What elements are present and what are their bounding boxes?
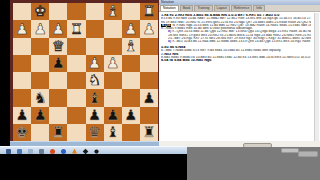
square[interactable]: ♞ [86,72,104,89]
browser-red-icon[interactable] [50,149,55,154]
square[interactable]: ♟ [13,107,31,124]
square[interactable]: ♜ [140,124,158,141]
black-desktop-region [0,154,187,180]
chess-board[interactable]: ♚♝♜♟♟♟♜♟♟♛♝♟♟♟♞♞♝♟♟♟♟♟♟♚♜♛♝♜ [13,3,158,141]
notation-line[interactable]: 8.c4 f4 9.d4 Bd6 10.Nd5 Ng6 [161,59,311,62]
gray-widget-2[interactable] [298,151,318,157]
square[interactable]: ♟ [104,55,122,72]
notation-window: Notation NotationBookTrainingLayoutRefer… [159,0,320,147]
white-piece[interactable]: ♟ [88,56,101,71]
chess-board-window: ♚♝♜♟♟♟♜♟♟♛♝♟♟♟♞♞♝♟♟♟♟♟♟♚♜♛♝♜ [10,0,161,144]
square[interactable] [140,72,158,89]
square[interactable]: ♟ [13,20,31,37]
black-piece[interactable]: ♟ [124,108,137,123]
gray-desktop-region [187,147,320,180]
square[interactable] [104,72,122,89]
square[interactable]: ♛ [49,38,67,55]
square[interactable] [67,3,85,20]
media-cone-icon[interactable] [72,149,77,154]
square[interactable] [13,89,31,106]
square[interactable] [86,3,104,20]
app-icon-3[interactable] [28,149,33,154]
square[interactable] [67,107,85,124]
white-piece[interactable]: ♟ [124,22,137,37]
square[interactable] [49,3,67,20]
square[interactable] [67,124,85,141]
tab-notation[interactable]: Notation [160,5,179,11]
square[interactable] [13,72,31,89]
square[interactable] [31,38,49,55]
black-piece[interactable]: ♟ [34,108,47,123]
white-piece[interactable]: ♟ [142,22,155,37]
square[interactable]: ♟ [49,20,67,37]
square[interactable] [13,3,31,20]
square[interactable]: ♟ [122,107,140,124]
square[interactable] [122,89,140,106]
square[interactable]: ♟ [140,89,158,106]
gray-widget-1[interactable] [281,148,299,153]
white-piece[interactable]: ♜ [142,4,155,19]
square[interactable] [122,72,140,89]
square[interactable]: ♝ [104,124,122,141]
square[interactable] [67,38,85,55]
app-icon-4[interactable] [39,149,44,154]
variation-marker[interactable]: b) [168,40,171,43]
square[interactable]: ♛ [86,124,104,141]
black-piece[interactable]: ♟ [16,108,29,123]
square[interactable] [67,72,85,89]
square[interactable]: ♜ [49,124,67,141]
square[interactable]: ♝ [104,3,122,20]
desktop: ♚♝♜♟♟♟♜♟♟♛♝♟♟♟♞♞♝♟♟♟♟♟♟♚♜♛♝♜ Notation No… [0,0,320,180]
white-piece[interactable]: ♟ [16,22,29,37]
app-icon-2[interactable] [17,149,22,154]
white-piece[interactable]: ♟ [52,22,65,37]
square[interactable] [122,3,140,20]
tab-layout[interactable]: Layout [214,5,230,11]
black-piece[interactable]: ♟ [88,108,101,123]
square[interactable] [31,72,49,89]
square[interactable] [86,20,104,37]
black-piece[interactable]: ♜ [142,125,155,140]
square[interactable] [49,107,67,124]
black-piece[interactable]: ♟ [106,108,119,123]
white-piece[interactable]: ♝ [106,4,119,19]
black-piece[interactable]: ♜ [52,125,65,140]
white-piece[interactable]: ♚ [34,4,47,19]
square[interactable] [140,107,158,124]
square[interactable] [122,55,140,72]
black-piece[interactable]: ♝ [106,125,119,140]
black-diamond-icon[interactable] [83,148,89,154]
square[interactable]: ♜ [67,20,85,37]
square[interactable]: ♟ [140,20,158,37]
square[interactable]: ♟ [49,55,67,72]
square[interactable] [67,89,85,106]
black-piece[interactable]: ♟ [52,56,65,71]
square[interactable] [13,38,31,55]
square[interactable] [49,89,67,106]
white-piece[interactable]: ♞ [88,73,101,88]
tab-training[interactable]: Training [194,5,212,11]
black-piece[interactable]: ♞ [34,91,47,106]
square[interactable]: ♟ [31,20,49,37]
square[interactable] [104,20,122,37]
black-piece[interactable]: ♝ [88,91,101,106]
square[interactable]: ♟ [104,107,122,124]
square[interactable] [31,55,49,72]
white-piece[interactable]: ♟ [34,22,47,37]
black-piece[interactable]: ♚ [16,125,29,140]
black-piece[interactable]: ♛ [88,125,101,140]
white-piece[interactable]: ♜ [70,22,83,37]
square[interactable] [49,72,67,89]
notation-tab-strip: NotationBookTrainingLayoutReferenceInfo [159,5,320,12]
square[interactable]: ♜ [140,3,158,20]
square[interactable]: ♟ [86,107,104,124]
square[interactable]: ♚ [13,124,31,141]
square[interactable] [31,124,49,141]
square[interactable]: ♞ [31,89,49,106]
square[interactable] [13,55,31,72]
square[interactable] [140,55,158,72]
tab-reference[interactable]: Reference [231,5,253,11]
white-piece[interactable]: ♝ [124,39,137,54]
square[interactable]: ♝ [122,38,140,55]
square[interactable]: ♚ [31,3,49,20]
square[interactable] [86,38,104,55]
notation-scrollbar[interactable] [314,13,319,141]
notation-text[interactable]: 1.e4 e5 2.Nf3 Nc6 3.Bb5 a6 4.Ba4 Nf6 5.0… [161,14,311,63]
square[interactable]: ♟ [122,20,140,37]
white-piece[interactable]: ♛ [52,39,65,54]
square[interactable]: ♟ [86,55,104,72]
black-dot-icon[interactable] [94,149,98,153]
app-icon-1[interactable] [6,149,11,154]
notation-line[interactable]: b) 9...Bc5 10.d3 d6 11.Na4 Bb6 12.Nxb6 a… [168,40,311,43]
tab-book[interactable]: Book [180,5,194,11]
white-piece[interactable]: ♟ [106,56,119,71]
tab-info[interactable]: Info [253,5,265,11]
square[interactable]: ♝ [86,89,104,106]
square[interactable] [104,38,122,55]
black-piece[interactable]: ♟ [142,91,155,106]
square[interactable] [122,124,140,141]
square[interactable]: ♟ [31,107,49,124]
square[interactable] [104,89,122,106]
globe-icon[interactable] [61,149,66,154]
square[interactable] [140,38,158,55]
square[interactable] [67,55,85,72]
